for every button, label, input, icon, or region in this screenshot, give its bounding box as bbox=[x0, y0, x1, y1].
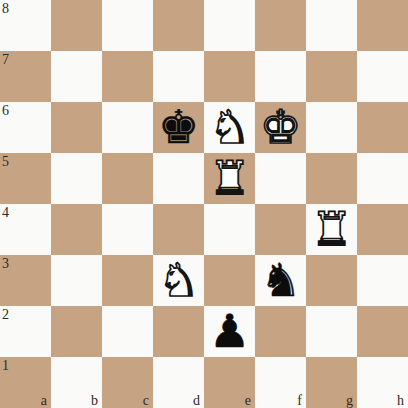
square-h8[interactable] bbox=[357, 0, 408, 51]
square-e5[interactable]: ♜ bbox=[204, 153, 255, 204]
rank-label-2: 2 bbox=[2, 308, 9, 322]
file-label-a: a bbox=[41, 394, 47, 408]
square-h1[interactable]: h bbox=[357, 357, 408, 408]
square-e2[interactable]: ♟ bbox=[204, 306, 255, 357]
square-d2[interactable] bbox=[153, 306, 204, 357]
square-a6[interactable]: 6 bbox=[0, 102, 51, 153]
square-g4[interactable]: ♜ bbox=[306, 204, 357, 255]
square-b1[interactable]: b bbox=[51, 357, 102, 408]
square-c8[interactable] bbox=[102, 0, 153, 51]
square-c4[interactable] bbox=[102, 204, 153, 255]
file-label-g: g bbox=[346, 394, 353, 408]
square-a3[interactable]: 3 bbox=[0, 255, 51, 306]
white-rook[interactable]: ♜ bbox=[306, 204, 357, 255]
rank-label-8: 8 bbox=[2, 2, 9, 16]
square-e6[interactable]: ♞ bbox=[204, 102, 255, 153]
square-e1[interactable]: e bbox=[204, 357, 255, 408]
square-f3[interactable]: ♞ bbox=[255, 255, 306, 306]
square-c6[interactable] bbox=[102, 102, 153, 153]
chess-board: 876♚♞♚5♜4♜3♞♞2♟1abcdefgh bbox=[0, 0, 408, 408]
square-a2[interactable]: 2 bbox=[0, 306, 51, 357]
square-a1[interactable]: 1a bbox=[0, 357, 51, 408]
chess-board-container: 876♚♞♚5♜4♜3♞♞2♟1abcdefgh bbox=[0, 0, 408, 408]
square-b8[interactable] bbox=[51, 0, 102, 51]
file-label-d: d bbox=[193, 394, 200, 408]
white-knight[interactable]: ♞ bbox=[204, 102, 255, 153]
square-e4[interactable] bbox=[204, 204, 255, 255]
square-b3[interactable] bbox=[51, 255, 102, 306]
square-h3[interactable] bbox=[357, 255, 408, 306]
square-h7[interactable] bbox=[357, 51, 408, 102]
white-king[interactable]: ♚ bbox=[255, 102, 306, 153]
square-d7[interactable] bbox=[153, 51, 204, 102]
square-e8[interactable] bbox=[204, 0, 255, 51]
square-d6[interactable]: ♚ bbox=[153, 102, 204, 153]
square-f7[interactable] bbox=[255, 51, 306, 102]
square-a8[interactable]: 8 bbox=[0, 0, 51, 51]
square-c5[interactable] bbox=[102, 153, 153, 204]
square-h6[interactable] bbox=[357, 102, 408, 153]
square-a5[interactable]: 5 bbox=[0, 153, 51, 204]
white-rook[interactable]: ♜ bbox=[204, 153, 255, 204]
rank-label-7: 7 bbox=[2, 53, 9, 67]
square-d5[interactable] bbox=[153, 153, 204, 204]
square-g8[interactable] bbox=[306, 0, 357, 51]
square-d1[interactable]: d bbox=[153, 357, 204, 408]
square-a7[interactable]: 7 bbox=[0, 51, 51, 102]
square-d3[interactable]: ♞ bbox=[153, 255, 204, 306]
square-g1[interactable]: g bbox=[306, 357, 357, 408]
file-label-b: b bbox=[91, 394, 98, 408]
white-knight[interactable]: ♞ bbox=[153, 255, 204, 306]
square-g2[interactable] bbox=[306, 306, 357, 357]
rank-label-1: 1 bbox=[2, 359, 9, 373]
square-d8[interactable] bbox=[153, 0, 204, 51]
square-h2[interactable] bbox=[357, 306, 408, 357]
square-b5[interactable] bbox=[51, 153, 102, 204]
square-d4[interactable] bbox=[153, 204, 204, 255]
file-label-f: f bbox=[297, 394, 302, 408]
file-label-e: e bbox=[245, 394, 251, 408]
rank-label-3: 3 bbox=[2, 257, 9, 271]
square-c3[interactable] bbox=[102, 255, 153, 306]
file-label-c: c bbox=[143, 394, 149, 408]
square-e7[interactable] bbox=[204, 51, 255, 102]
square-f8[interactable] bbox=[255, 0, 306, 51]
square-b2[interactable] bbox=[51, 306, 102, 357]
square-a4[interactable]: 4 bbox=[0, 204, 51, 255]
square-g3[interactable] bbox=[306, 255, 357, 306]
square-h5[interactable] bbox=[357, 153, 408, 204]
black-knight[interactable]: ♞ bbox=[255, 255, 306, 306]
square-f1[interactable]: f bbox=[255, 357, 306, 408]
rank-label-5: 5 bbox=[2, 155, 9, 169]
square-f5[interactable] bbox=[255, 153, 306, 204]
square-c1[interactable]: c bbox=[102, 357, 153, 408]
black-pawn[interactable]: ♟ bbox=[204, 306, 255, 357]
rank-label-4: 4 bbox=[2, 206, 9, 220]
square-b6[interactable] bbox=[51, 102, 102, 153]
black-king[interactable]: ♚ bbox=[153, 102, 204, 153]
square-g6[interactable] bbox=[306, 102, 357, 153]
square-g5[interactable] bbox=[306, 153, 357, 204]
square-f4[interactable] bbox=[255, 204, 306, 255]
square-b4[interactable] bbox=[51, 204, 102, 255]
square-f6[interactable]: ♚ bbox=[255, 102, 306, 153]
square-c7[interactable] bbox=[102, 51, 153, 102]
square-e3[interactable] bbox=[204, 255, 255, 306]
square-g7[interactable] bbox=[306, 51, 357, 102]
square-c2[interactable] bbox=[102, 306, 153, 357]
file-label-h: h bbox=[397, 394, 404, 408]
square-b7[interactable] bbox=[51, 51, 102, 102]
square-f2[interactable] bbox=[255, 306, 306, 357]
rank-label-6: 6 bbox=[2, 104, 9, 118]
square-h4[interactable] bbox=[357, 204, 408, 255]
